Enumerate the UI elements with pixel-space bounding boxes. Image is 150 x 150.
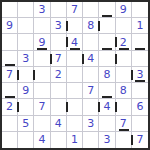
consecutive-marker-vertical-bar xyxy=(17,102,19,112)
cell-r4c6[interactable]: 4 xyxy=(83,51,99,67)
cell-r5c5[interactable] xyxy=(67,67,83,83)
cell-r2c7[interactable] xyxy=(99,18,115,34)
cell-r9c5[interactable]: 1 xyxy=(67,132,83,148)
cell-r2c9[interactable]: 1 xyxy=(132,18,148,34)
cell-r1c6[interactable] xyxy=(83,2,99,18)
cell-r4c2[interactable]: 3 xyxy=(18,51,34,67)
consecutive-marker-horizontal-bar xyxy=(102,48,112,50)
given-digit: 2 xyxy=(55,69,62,80)
given-digit: 1 xyxy=(136,20,143,31)
cell-r6c9[interactable] xyxy=(132,83,148,99)
given-digit: 9 xyxy=(6,20,13,31)
cell-r8c6[interactable]: 3 xyxy=(83,116,99,132)
cell-r8c4[interactable]: 4 xyxy=(51,116,67,132)
given-digit: 7 xyxy=(120,118,127,129)
cell-r9c9[interactable]: 7 xyxy=(132,132,148,148)
given-digit: 7 xyxy=(136,134,143,145)
given-digit: 8 xyxy=(103,69,110,80)
cell-r3c6[interactable] xyxy=(83,34,99,50)
consecutive-marker-vertical-bar xyxy=(131,70,133,80)
consecutive-marker-vertical-bar xyxy=(66,102,68,112)
given-digit: 4 xyxy=(55,118,62,129)
cell-r7c3[interactable]: 7 xyxy=(34,99,50,115)
given-digit: 7 xyxy=(39,101,46,112)
consecutive-marker-horizontal-bar xyxy=(37,48,47,50)
cell-r5c7[interactable]: 8 xyxy=(99,67,115,83)
cell-r2c6[interactable]: 8 xyxy=(83,18,99,34)
given-digit: 2 xyxy=(6,101,13,112)
consecutive-marker-horizontal-bar xyxy=(102,15,112,17)
cell-r6c8[interactable]: 8 xyxy=(116,83,132,99)
given-digit: 3 xyxy=(136,69,143,80)
consecutive-marker-horizontal-bar xyxy=(135,80,145,82)
consecutive-marker-vertical-bar xyxy=(98,21,100,31)
cell-r5c3[interactable] xyxy=(34,67,50,83)
cell-r9c4[interactable] xyxy=(51,132,67,148)
cell-r7c7[interactable]: 4 xyxy=(99,99,115,115)
cell-r9c3[interactable]: 4 xyxy=(34,132,50,148)
consecutive-marker-horizontal-bar xyxy=(70,48,80,50)
cell-r6c6[interactable]: 7 xyxy=(83,83,99,99)
given-digit: 4 xyxy=(87,53,94,64)
cell-r6c3[interactable] xyxy=(34,83,50,99)
consecutive-marker-horizontal-bar xyxy=(5,64,15,66)
cell-r1c1[interactable] xyxy=(2,2,18,18)
sudoku-board: 37993819423747283978274654374137 xyxy=(0,0,150,150)
given-digit: 7 xyxy=(55,53,62,64)
cell-r5c6[interactable] xyxy=(83,67,99,83)
cell-r8c9[interactable] xyxy=(132,116,148,132)
given-digit: 4 xyxy=(39,134,46,145)
given-digit: 1 xyxy=(71,134,78,145)
cell-r2c8[interactable] xyxy=(116,18,132,34)
given-digit: 5 xyxy=(22,118,29,129)
given-digit: 3 xyxy=(87,118,94,129)
consecutive-marker-vertical-bar xyxy=(33,70,35,80)
cell-r3c2[interactable] xyxy=(18,34,34,50)
cell-r4c9[interactable] xyxy=(132,51,148,67)
consecutive-marker-vertical-bar xyxy=(115,54,117,64)
consecutive-marker-vertical-bar xyxy=(82,54,84,64)
cell-r9c2[interactable] xyxy=(18,132,34,148)
cell-r7c4[interactable] xyxy=(51,99,67,115)
cell-r7c1[interactable]: 2 xyxy=(2,99,18,115)
given-digit: 7 xyxy=(71,4,78,15)
consecutive-marker-vertical-bar xyxy=(17,70,19,80)
cell-r1c5[interactable]: 7 xyxy=(67,2,83,18)
cell-r4c7[interactable] xyxy=(99,51,115,67)
given-digit: 8 xyxy=(120,85,127,96)
consecutive-marker-horizontal-bar xyxy=(119,129,129,131)
cell-r6c2[interactable]: 9 xyxy=(18,83,34,99)
cell-r8c3[interactable] xyxy=(34,116,50,132)
given-digit: 9 xyxy=(120,4,127,15)
cell-r7c8[interactable] xyxy=(116,99,132,115)
given-digit: 3 xyxy=(103,134,110,145)
cell-r1c8[interactable]: 9 xyxy=(116,2,132,18)
cell-r8c2[interactable]: 5 xyxy=(18,116,34,132)
cell-r2c2[interactable] xyxy=(18,18,34,34)
consecutive-marker-vertical-bar xyxy=(131,135,133,145)
consecutive-marker-horizontal-bar xyxy=(102,96,112,98)
given-digit: 3 xyxy=(39,4,46,15)
cell-r7c6[interactable] xyxy=(83,99,99,115)
cell-r9c1[interactable] xyxy=(2,132,18,148)
cell-r2c3[interactable] xyxy=(34,18,50,34)
cell-r8c5[interactable] xyxy=(67,116,83,132)
given-digit: 4 xyxy=(71,37,78,48)
given-digit: 3 xyxy=(22,53,29,64)
cell-r2c5[interactable] xyxy=(67,18,83,34)
cell-r6c4[interactable] xyxy=(51,83,67,99)
cell-r1c2[interactable] xyxy=(18,2,34,18)
cell-r5c1[interactable]: 7 xyxy=(2,67,18,83)
cell-r8c7[interactable] xyxy=(99,116,115,132)
consecutive-marker-vertical-bar xyxy=(98,102,100,112)
given-digit: 9 xyxy=(22,85,29,96)
cell-r4c8[interactable] xyxy=(116,51,132,67)
cell-r7c2[interactable] xyxy=(18,99,34,115)
given-digit: 7 xyxy=(87,85,94,96)
given-digit: 6 xyxy=(136,101,143,112)
cell-r4c5[interactable] xyxy=(67,51,83,67)
cell-r8c1[interactable] xyxy=(2,116,18,132)
cell-r7c5[interactable] xyxy=(67,99,83,115)
given-digit: 4 xyxy=(103,101,110,112)
given-digit: 9 xyxy=(39,37,46,48)
consecutive-marker-vertical-bar xyxy=(115,37,117,47)
given-digit: 3 xyxy=(55,20,62,31)
consecutive-marker-horizontal-bar xyxy=(5,96,15,98)
cell-r9c7[interactable]: 3 xyxy=(99,132,115,148)
consecutive-marker-horizontal-bar xyxy=(135,48,145,50)
consecutive-marker-horizontal-bar xyxy=(119,48,129,50)
cell-r5c2[interactable] xyxy=(18,67,34,83)
cell-r5c4[interactable]: 2 xyxy=(51,67,67,83)
cell-r1c4[interactable] xyxy=(51,2,67,18)
consecutive-marker-vertical-bar xyxy=(50,54,52,64)
cell-r1c3[interactable]: 3 xyxy=(34,2,50,18)
cell-r2c4[interactable]: 3 xyxy=(51,18,67,34)
consecutive-marker-vertical-bar xyxy=(66,37,68,47)
given-digit: 8 xyxy=(87,20,94,31)
cell-r5c8[interactable] xyxy=(116,67,132,83)
cell-r1c9[interactable] xyxy=(132,2,148,18)
cell-r7c9[interactable]: 6 xyxy=(132,99,148,115)
consecutive-marker-vertical-bar xyxy=(66,21,68,31)
consecutive-marker-vertical-bar xyxy=(115,102,117,112)
cell-r6c5[interactable] xyxy=(67,83,83,99)
cell-r4c4[interactable]: 7 xyxy=(51,51,67,67)
given-digit: 2 xyxy=(120,37,127,48)
cell-r2c1[interactable]: 9 xyxy=(2,18,18,34)
given-digit: 7 xyxy=(6,69,13,80)
cell-r9c8[interactable] xyxy=(116,132,132,148)
cell-r9c6[interactable] xyxy=(83,132,99,148)
cell-r3c4[interactable] xyxy=(51,34,67,50)
cell-r3c1[interactable] xyxy=(2,34,18,50)
cell-r4c3[interactable] xyxy=(34,51,50,67)
